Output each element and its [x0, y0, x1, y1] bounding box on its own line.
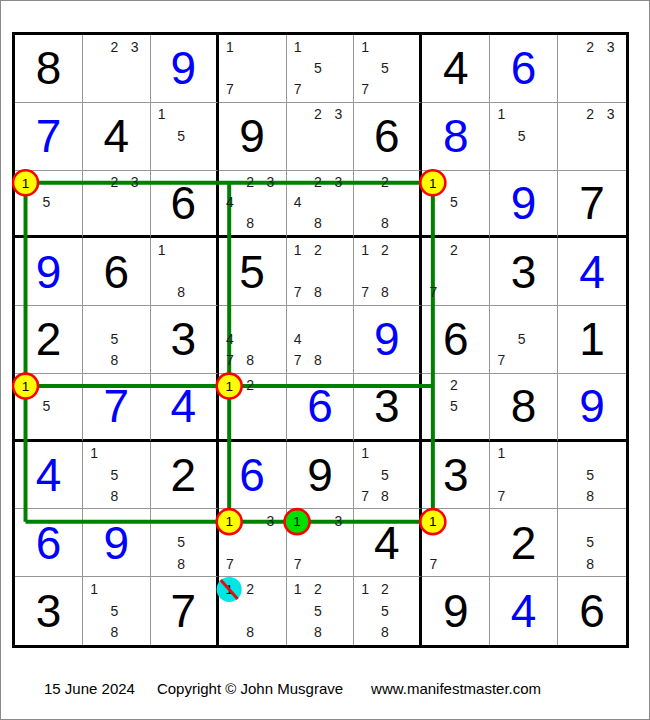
- candidates-r7c9: 58: [559, 443, 621, 507]
- cell-r1c9[interactable]: 23: [558, 35, 626, 103]
- candidate-slot-empty: [355, 621, 375, 643]
- cell-r8c9[interactable]: 58: [558, 509, 626, 577]
- cell-r1c8[interactable]: 6: [490, 35, 558, 103]
- candidate-slot-empty: [104, 79, 124, 100]
- cell-r9c2[interactable]: 158: [83, 577, 151, 645]
- candidate-slot-empty: [395, 192, 415, 213]
- candidate-slot-empty: [84, 57, 104, 78]
- cell-r5c3[interactable]: 3: [151, 306, 219, 374]
- candidate-8: 8: [240, 213, 260, 234]
- candidate-slot-empty: [84, 192, 104, 213]
- candidates-r3c6: 28: [355, 172, 414, 234]
- candidate-slot-empty: [124, 485, 144, 506]
- candidate-5: 5: [104, 328, 124, 349]
- candidate-3: 3: [328, 510, 348, 531]
- candidate-slot-empty: [600, 464, 621, 485]
- candidate-slot-empty: [171, 104, 191, 125]
- cell-r4c7[interactable]: 27: [422, 238, 490, 306]
- candidate-slot-empty: [532, 485, 552, 506]
- cell-r8c4[interactable]: 37: [219, 509, 287, 577]
- candidate-2: 2: [308, 239, 328, 260]
- candidate-slot-empty: [395, 57, 415, 78]
- cell-r4c8[interactable]: 3: [490, 238, 558, 306]
- given-digit: 6: [83, 238, 150, 305]
- candidate-slot-empty: [512, 443, 532, 464]
- candidate-slot-empty: [580, 510, 601, 531]
- given-digit: 8: [15, 35, 82, 102]
- candidate-slot-empty: [328, 213, 348, 234]
- candidates-r5c4: 478: [220, 307, 281, 371]
- solved-digit: 6: [490, 35, 557, 102]
- candidate-8: 8: [375, 485, 395, 506]
- cell-r2c7[interactable]: 8: [422, 103, 490, 171]
- candidate-slot-empty: [532, 328, 552, 349]
- candidate-5: 5: [580, 532, 601, 553]
- cell-r1c4[interactable]: 17: [219, 35, 287, 103]
- candidate-slot-empty: [288, 213, 308, 234]
- candidate-7: 7: [220, 79, 240, 100]
- candidate-slot-empty: [559, 485, 580, 506]
- candidate-slot-empty: [240, 36, 260, 57]
- footer-website: www.manifestmaster.com: [371, 680, 541, 697]
- cell-r6c1[interactable]: 5: [15, 374, 83, 442]
- cell-r4c3[interactable]: 18: [151, 238, 219, 306]
- candidate-4: 4: [288, 192, 308, 213]
- cell-r7c3[interactable]: 2: [151, 442, 219, 510]
- candidate-2: 2: [104, 36, 124, 57]
- candidate-slot-empty: [16, 172, 36, 193]
- candidate-slot-empty: [220, 578, 240, 600]
- candidate-slot-empty: [220, 510, 240, 531]
- given-digit: 5: [219, 238, 286, 305]
- candidate-5: 5: [36, 192, 56, 213]
- candidate-slot-empty: [355, 57, 375, 78]
- candidate-slot-empty: [395, 464, 415, 485]
- candidate-slot-empty: [375, 36, 395, 57]
- candidate-2: 2: [444, 239, 464, 260]
- candidate-slot-empty: [240, 192, 260, 213]
- candidate-slot-empty: [559, 57, 580, 78]
- candidate-slot-empty: [260, 600, 280, 622]
- candidate-3: 3: [124, 36, 144, 57]
- candidate-slot-empty: [395, 485, 415, 506]
- given-digit: 1: [558, 306, 626, 373]
- candidate-slot-empty: [260, 395, 280, 416]
- candidate-slot-empty: [124, 600, 144, 622]
- candidate-4: 4: [220, 192, 240, 213]
- cell-r1c6[interactable]: 157: [354, 35, 422, 103]
- solved-digit: 6: [15, 509, 82, 576]
- cell-r6c7[interactable]: 25: [422, 374, 490, 442]
- cell-r5c8[interactable]: 57: [490, 306, 558, 374]
- solved-digit: 4: [151, 374, 216, 439]
- cell-r3c6[interactable]: 28: [354, 171, 422, 239]
- candidates-r3c1: 5: [16, 172, 77, 234]
- candidate-1: 1: [84, 443, 104, 464]
- candidates-r1c9: 23: [559, 36, 621, 100]
- cell-r5c5[interactable]: 478: [287, 306, 355, 374]
- candidate-1: 1: [288, 239, 308, 260]
- candidates-r7c6: 1578: [355, 443, 414, 507]
- candidate-slot-empty: [152, 146, 172, 167]
- candidate-slot-empty: [104, 443, 124, 464]
- cell-r5c2[interactable]: 58: [83, 306, 151, 374]
- candidate-slot-empty: [191, 239, 211, 260]
- candidate-slot-empty: [328, 328, 348, 349]
- cell-r5c6[interactable]: 9: [354, 306, 422, 374]
- candidate-slot-empty: [580, 146, 601, 167]
- candidate-slot-empty: [444, 532, 464, 553]
- cell-r9c5[interactable]: 1258: [287, 577, 355, 645]
- candidate-5: 5: [444, 395, 464, 416]
- candidate-8: 8: [375, 621, 395, 643]
- cell-r8c2[interactable]: 9: [83, 509, 151, 577]
- candidate-slot-empty: [36, 213, 56, 234]
- candidate-7: 7: [423, 282, 443, 303]
- cell-r9c3[interactable]: 7: [151, 577, 219, 645]
- candidate-slot-empty: [288, 307, 308, 328]
- candidate-1: 1: [288, 578, 308, 600]
- cell-r7c9[interactable]: 58: [558, 442, 626, 510]
- candidate-slot-empty: [464, 172, 484, 193]
- candidates-r9c6: 1258: [355, 578, 414, 643]
- given-digit: 2: [15, 306, 82, 373]
- candidate-slot-empty: [559, 146, 580, 167]
- cell-r3c8[interactable]: 9: [490, 171, 558, 239]
- cell-r1c5[interactable]: 157: [287, 35, 355, 103]
- cell-r1c7[interactable]: 4: [422, 35, 490, 103]
- cell-r2c8[interactable]: 15: [490, 103, 558, 171]
- candidate-1: 1: [152, 239, 172, 260]
- cell-r3c7[interactable]: 5: [422, 171, 490, 239]
- candidate-7: 7: [491, 350, 511, 371]
- candidates-r5c2: 58: [84, 307, 145, 371]
- candidate-slot-empty: [240, 328, 260, 349]
- given-digit: 3: [354, 374, 419, 439]
- candidate-7: 7: [491, 485, 511, 506]
- candidate-slot-empty: [355, 464, 375, 485]
- candidate-2: 2: [240, 172, 260, 193]
- cell-r9c8[interactable]: 4: [490, 577, 558, 645]
- candidate-slot-empty: [240, 395, 260, 416]
- candidate-slot-empty: [240, 307, 260, 328]
- cell-r8c6[interactable]: 4: [354, 509, 422, 577]
- candidate-slot-empty: [84, 600, 104, 622]
- candidate-5: 5: [171, 125, 191, 146]
- candidates-r1c6: 157: [355, 36, 414, 100]
- candidates-r2c3: 15: [152, 104, 211, 168]
- candidate-slot-empty: [16, 395, 36, 416]
- cell-r3c1[interactable]: 5: [15, 171, 83, 239]
- candidate-slot-empty: [57, 395, 77, 416]
- candidate-slot-empty: [600, 79, 621, 100]
- given-digit: 6: [558, 577, 626, 645]
- candidate-8: 8: [104, 621, 124, 643]
- candidate-slot-empty: [328, 125, 348, 146]
- cell-r6c6[interactable]: 3: [354, 374, 422, 442]
- candidate-slot-empty: [260, 328, 280, 349]
- candidate-slot-empty: [308, 146, 328, 167]
- candidate-1: 1: [491, 104, 511, 125]
- candidate-8: 8: [104, 350, 124, 371]
- cell-r4c5[interactable]: 1278: [287, 238, 355, 306]
- cell-r8c7[interactable]: 7: [422, 509, 490, 577]
- cell-r3c5[interactable]: 2348: [287, 171, 355, 239]
- solved-digit: 4: [15, 442, 82, 509]
- candidates-r1c4: 17: [220, 36, 281, 100]
- candidate-slot-empty: [355, 192, 375, 213]
- candidates-r8c3: 58: [152, 510, 211, 574]
- candidate-slot-empty: [491, 307, 511, 328]
- candidate-slot-empty: [288, 104, 308, 125]
- candidate-3: 3: [328, 172, 348, 193]
- candidate-slot-empty: [464, 213, 484, 234]
- candidate-5: 5: [580, 464, 601, 485]
- candidate-slot-empty: [308, 192, 328, 213]
- cell-r6c3[interactable]: 4: [151, 374, 219, 442]
- given-digit: 3: [490, 238, 557, 305]
- candidate-slot-empty: [220, 416, 240, 437]
- cell-r8c1[interactable]: 6: [15, 509, 83, 577]
- candidate-1: 1: [355, 36, 375, 57]
- cell-r2c6[interactable]: 6: [354, 103, 422, 171]
- candidate-slot-empty: [423, 192, 443, 213]
- cell-r9c9[interactable]: 6: [558, 577, 626, 645]
- candidate-slot-empty: [559, 104, 580, 125]
- candidate-slot-empty: [395, 600, 415, 622]
- candidate-slot-empty: [84, 350, 104, 371]
- candidate-5: 5: [104, 600, 124, 622]
- candidate-3: 3: [600, 36, 621, 57]
- candidate-8: 8: [580, 485, 601, 506]
- cell-r1c1[interactable]: 8: [15, 35, 83, 103]
- candidate-slot-empty: [464, 375, 484, 396]
- cell-r2c2[interactable]: 4: [83, 103, 151, 171]
- candidate-slot-empty: [308, 36, 328, 57]
- candidate-slot-empty: [559, 79, 580, 100]
- cell-r1c3[interactable]: 9: [151, 35, 219, 103]
- candidates-r9c2: 158: [84, 578, 145, 643]
- candidate-5: 5: [512, 125, 532, 146]
- cell-r6c5[interactable]: 6: [287, 374, 355, 442]
- candidate-slot-empty: [104, 307, 124, 328]
- candidate-slot-empty: [444, 416, 464, 437]
- candidate-slot-empty: [16, 375, 36, 396]
- candidate-slot-empty: [512, 104, 532, 125]
- cell-r4c6[interactable]: 1278: [354, 238, 422, 306]
- candidate-8: 8: [104, 485, 124, 506]
- cell-r2c1[interactable]: 7: [15, 103, 83, 171]
- candidate-slot-empty: [395, 261, 415, 282]
- cell-r8c5[interactable]: 37: [287, 509, 355, 577]
- candidate-slot-empty: [57, 172, 77, 193]
- cell-r2c5[interactable]: 23: [287, 103, 355, 171]
- cell-r7c1[interactable]: 4: [15, 442, 83, 510]
- candidate-slot-empty: [464, 532, 484, 553]
- candidate-slot-empty: [191, 532, 211, 553]
- sudoku-board: 8239171571574623741592368152352362348234…: [12, 32, 629, 648]
- cell-r2c9[interactable]: 23: [558, 103, 626, 171]
- candidate-slot-empty: [288, 510, 308, 531]
- cell-r5c9[interactable]: 1: [558, 306, 626, 374]
- candidate-slot-empty: [124, 328, 144, 349]
- candidate-slot-empty: [395, 172, 415, 193]
- solved-digit: 6: [219, 442, 286, 509]
- candidate-slot-empty: [171, 261, 191, 282]
- cell-r1c2[interactable]: 23: [83, 35, 151, 103]
- given-digit: 3: [15, 577, 82, 645]
- candidate-slot-empty: [260, 350, 280, 371]
- cell-r5c1[interactable]: 2: [15, 306, 83, 374]
- candidate-5: 5: [512, 328, 532, 349]
- cell-r9c6[interactable]: 1258: [354, 577, 422, 645]
- candidate-slot-empty: [328, 239, 348, 260]
- candidate-5: 5: [308, 600, 328, 622]
- cell-r3c2[interactable]: 23: [83, 171, 151, 239]
- cell-r9c7[interactable]: 9: [422, 577, 490, 645]
- candidate-5: 5: [308, 57, 328, 78]
- candidates-r2c5: 23: [288, 104, 349, 168]
- candidate-slot-empty: [512, 146, 532, 167]
- cell-r7c4[interactable]: 6: [219, 442, 287, 510]
- candidates-r1c2: 23: [84, 36, 145, 100]
- cell-r9c1[interactable]: 3: [15, 577, 83, 645]
- footer-copyright: Copyright © John Musgrave: [157, 680, 343, 697]
- cell-r5c7[interactable]: 6: [422, 306, 490, 374]
- candidate-1: 1: [355, 239, 375, 260]
- solved-digit: 7: [15, 103, 82, 170]
- candidate-2: 2: [444, 375, 464, 396]
- candidate-slot-empty: [260, 553, 280, 574]
- candidate-slot-empty: [260, 192, 280, 213]
- cell-r4c1[interactable]: 9: [15, 238, 83, 306]
- candidate-slot-empty: [600, 125, 621, 146]
- candidate-slot-empty: [171, 239, 191, 260]
- cell-r6c8[interactable]: 8: [490, 374, 558, 442]
- candidate-slot-empty: [104, 213, 124, 234]
- candidate-slot-empty: [464, 239, 484, 260]
- candidate-slot-empty: [152, 125, 172, 146]
- candidate-8: 8: [171, 282, 191, 303]
- candidate-slot-empty: [124, 621, 144, 643]
- footer: 15 June 2024Copyright © John Musgravewww…: [44, 680, 541, 697]
- candidate-7: 7: [423, 553, 443, 574]
- candidate-slot-empty: [444, 261, 464, 282]
- candidate-slot-empty: [84, 485, 104, 506]
- sudoku-app-window: 8239171571574623741592368152352362348234…: [0, 0, 650, 720]
- cell-r2c4[interactable]: 9: [219, 103, 287, 171]
- candidate-8: 8: [308, 213, 328, 234]
- cell-r3c9[interactable]: 7: [558, 171, 626, 239]
- candidate-2: 2: [308, 578, 328, 600]
- candidate-slot-empty: [464, 282, 484, 303]
- candidate-slot-empty: [124, 79, 144, 100]
- cell-r8c3[interactable]: 58: [151, 509, 219, 577]
- candidate-slot-empty: [375, 261, 395, 282]
- candidate-slot-empty: [532, 464, 552, 485]
- candidate-slot-empty: [600, 57, 621, 78]
- candidate-slot-empty: [355, 261, 375, 282]
- cell-r7c5[interactable]: 9: [287, 442, 355, 510]
- candidate-slot-empty: [57, 192, 77, 213]
- candidate-slot-empty: [240, 416, 260, 437]
- cell-r8c8[interactable]: 2: [490, 509, 558, 577]
- cell-r3c3[interactable]: 6: [151, 171, 219, 239]
- candidate-slot-empty: [423, 213, 443, 234]
- candidate-slot-empty: [444, 510, 464, 531]
- given-digit: 9: [422, 577, 489, 645]
- cell-r7c6[interactable]: 1578: [354, 442, 422, 510]
- candidate-slot-empty: [104, 192, 124, 213]
- candidate-slot-empty: [532, 350, 552, 371]
- solved-digit: 4: [558, 238, 626, 305]
- candidate-2: 2: [308, 172, 328, 193]
- candidates-r5c5: 478: [288, 307, 349, 371]
- candidate-slot-empty: [532, 104, 552, 125]
- cell-r4c9[interactable]: 4: [558, 238, 626, 306]
- candidate-8: 8: [308, 621, 328, 643]
- cell-r7c8[interactable]: 17: [490, 442, 558, 510]
- candidate-8: 8: [308, 350, 328, 371]
- candidate-1: 1: [491, 443, 511, 464]
- candidates-r9c5: 1258: [288, 578, 349, 643]
- candidate-2: 2: [580, 36, 601, 57]
- cell-r4c2[interactable]: 6: [83, 238, 151, 306]
- candidate-slot-empty: [57, 213, 77, 234]
- candidate-slot-empty: [423, 510, 443, 531]
- candidate-2: 2: [104, 172, 124, 193]
- cell-r3c4[interactable]: 2348: [219, 171, 287, 239]
- given-digit: 7: [151, 577, 216, 645]
- candidates-r2c9: 23: [559, 104, 621, 168]
- cell-r4c4[interactable]: 5: [219, 238, 287, 306]
- cell-r2c3[interactable]: 15: [151, 103, 219, 171]
- given-digit: 4: [422, 35, 489, 102]
- candidate-slot-empty: [191, 510, 211, 531]
- candidate-2: 2: [240, 578, 260, 600]
- solved-digit: 9: [490, 171, 557, 236]
- candidate-slot-empty: [260, 532, 280, 553]
- candidate-8: 8: [171, 553, 191, 574]
- candidate-slot-empty: [152, 510, 172, 531]
- candidate-slot-empty: [220, 375, 240, 396]
- candidate-slot-empty: [152, 553, 172, 574]
- cell-r6c2[interactable]: 7: [83, 374, 151, 442]
- given-digit: 6: [354, 103, 419, 170]
- cell-r7c7[interactable]: 3: [422, 442, 490, 510]
- cell-r5c4[interactable]: 478: [219, 306, 287, 374]
- solved-digit: 9: [151, 35, 216, 102]
- candidate-5: 5: [171, 532, 191, 553]
- candidate-slot-empty: [220, 57, 240, 78]
- candidate-slot-empty: [16, 213, 36, 234]
- cell-r7c2[interactable]: 158: [83, 442, 151, 510]
- candidate-2: 2: [375, 172, 395, 193]
- cell-r6c9[interactable]: 9: [558, 374, 626, 442]
- candidate-slot-empty: [84, 621, 104, 643]
- given-digit: 4: [354, 509, 419, 576]
- given-digit: 3: [422, 442, 489, 509]
- cell-r6c4[interactable]: 2: [219, 374, 287, 442]
- candidate-7: 7: [288, 553, 308, 574]
- candidate-slot-empty: [260, 416, 280, 437]
- candidate-slot-empty: [152, 532, 172, 553]
- candidate-slot-empty: [288, 172, 308, 193]
- candidate-slot-empty: [124, 443, 144, 464]
- candidate-slot-empty: [395, 239, 415, 260]
- given-digit: 6: [422, 306, 489, 373]
- cell-r9c4[interactable]: 28: [219, 577, 287, 645]
